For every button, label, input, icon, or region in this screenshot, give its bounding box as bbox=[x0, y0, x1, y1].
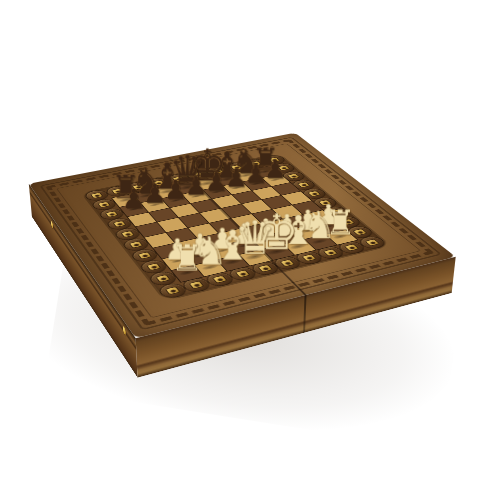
chess-board: ●●●●●●●●●●●●●●●●●●●●●●●●●●●●●●●●●●●● ♜♞♝… bbox=[29, 133, 456, 339]
photo-scene: ●●●●●●●●●●●●●●●●●●●●●●●●●●●●●●●●●●●● ♜♞♝… bbox=[0, 0, 500, 500]
medallion-gold-inlay: ● bbox=[91, 193, 102, 198]
hinge-pin-icon bbox=[123, 325, 126, 336]
medallion-gold-inlay: ● bbox=[193, 173, 204, 178]
medallion-gold-inlay: ● bbox=[98, 202, 109, 207]
piece-white-rook: ♜ bbox=[170, 239, 202, 275]
medallion-gold-inlay: ● bbox=[269, 158, 280, 163]
medallion-gold-inlay: ● bbox=[153, 181, 164, 186]
medallion-gold-inlay: ● bbox=[173, 177, 184, 182]
medallion-gold-inlay: ● bbox=[112, 189, 123, 194]
hinge-pin-icon bbox=[51, 220, 54, 229]
product-photo-stage: ●●●●●●●●●●●●●●●●●●●●●●●●●●●●●●●●●●●● ♜♞♝… bbox=[0, 0, 500, 500]
medallion-gold-inlay: ● bbox=[288, 174, 299, 179]
medallion-gold-inlay: ● bbox=[278, 166, 289, 171]
medallion-gold-inlay: ● bbox=[250, 161, 261, 166]
medallion-gold-inlay: ● bbox=[106, 211, 117, 217]
fold-seam-front bbox=[303, 295, 306, 333]
medallion-gold-inlay: ● bbox=[231, 165, 242, 170]
medallion-gold-inlay: ● bbox=[212, 169, 223, 174]
medallion-gold-inlay: ● bbox=[133, 185, 144, 190]
medallion-gold-inlay: ● bbox=[308, 191, 320, 196]
medallion-gold-inlay: ● bbox=[298, 182, 310, 187]
